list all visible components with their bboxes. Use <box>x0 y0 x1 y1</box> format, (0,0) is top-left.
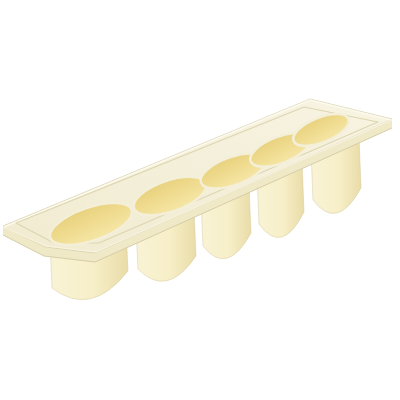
product-photo <box>0 0 400 400</box>
cavity-openings-group <box>45 107 353 253</box>
mold-tray-illustration <box>0 0 400 400</box>
